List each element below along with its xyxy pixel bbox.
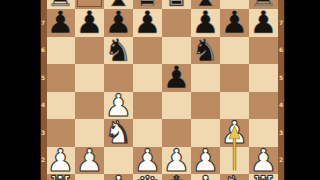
piece-white-rook[interactable]: ♜	[47, 174, 75, 180]
square-g7[interactable]: ♟	[220, 9, 249, 37]
rank-coords-right: 765432	[278, 0, 285, 180]
square-a4[interactable]	[46, 92, 75, 120]
square-c1[interactable]: ♝	[104, 174, 133, 180]
chess-board: ♜♝♛♚♝♜♟♟♟♟♟♟♟♞♞♟♟♞♟♟♟♟♟♟♟♜♝♛♚♝♞♜	[46, 0, 278, 180]
rank-label-4-left: 4	[40, 102, 46, 108]
rank-label-6-left: 6	[40, 47, 46, 53]
square-e8[interactable]: ♚	[162, 0, 191, 9]
square-a6[interactable]	[46, 37, 75, 65]
piece-black-king[interactable]: ♚	[163, 0, 191, 9]
square-h6[interactable]	[249, 37, 278, 65]
square-h1[interactable]: ♜	[249, 174, 278, 180]
square-b4[interactable]	[75, 92, 104, 120]
square-b1[interactable]	[75, 174, 104, 180]
video-frame: ♜♝♛♚♝♜♟♟♟♟♟♟♟♞♞♟♟♞♟♟♟♟♟♟♟♜♝♛♚♝♞♜ 765432 …	[0, 0, 320, 180]
square-d4[interactable]	[133, 92, 162, 120]
piece-black-pawn[interactable]: ♟	[47, 9, 75, 37]
piece-white-knight[interactable]: ♞	[105, 119, 133, 147]
square-b6[interactable]	[75, 37, 104, 65]
square-e1[interactable]: ♚	[162, 174, 191, 180]
square-f1[interactable]: ♝	[191, 174, 220, 180]
rank-label-5-right: 5	[278, 75, 284, 81]
square-g3[interactable]: ♟	[220, 119, 249, 147]
square-e7[interactable]	[162, 9, 191, 37]
square-c3[interactable]: ♞	[104, 119, 133, 147]
square-g1[interactable]: ♞	[220, 174, 249, 180]
rank-coords-left: 765432	[40, 0, 47, 180]
piece-white-bishop[interactable]: ♝	[105, 174, 133, 180]
square-b2[interactable]: ♟	[75, 147, 104, 175]
square-d7[interactable]: ♟	[133, 9, 162, 37]
square-h7[interactable]: ♟	[249, 9, 278, 37]
square-a1[interactable]: ♜	[46, 174, 75, 180]
square-a7[interactable]: ♟	[46, 9, 75, 37]
square-b5[interactable]	[75, 64, 104, 92]
piece-white-knight[interactable]: ♞	[221, 174, 249, 180]
piece-black-pawn[interactable]: ♟	[134, 9, 162, 37]
piece-black-pawn[interactable]: ♟	[250, 9, 278, 37]
square-h5[interactable]	[249, 64, 278, 92]
square-d6[interactable]	[133, 37, 162, 65]
square-e5[interactable]: ♟	[162, 64, 191, 92]
rank-label-3-right: 3	[278, 130, 284, 136]
piece-white-bishop[interactable]: ♝	[192, 174, 220, 180]
rank-label-3-left: 3	[40, 130, 46, 136]
square-g5[interactable]	[220, 64, 249, 92]
square-b7[interactable]: ♟	[75, 9, 104, 37]
rank-label-7-right: 7	[278, 20, 284, 26]
piece-white-king[interactable]: ♚	[163, 174, 191, 180]
rank-label-2-right: 2	[278, 157, 284, 163]
rank-label-5-left: 5	[40, 75, 46, 81]
square-d1[interactable]: ♛	[133, 174, 162, 180]
square-f6[interactable]: ♞	[191, 37, 220, 65]
rank-label-6-right: 6	[278, 47, 284, 53]
square-e4[interactable]	[162, 92, 191, 120]
piece-white-pawn[interactable]: ♟	[76, 147, 104, 175]
rank-label-7-left: 7	[40, 20, 46, 26]
piece-black-pawn[interactable]: ♟	[76, 9, 104, 37]
square-d5[interactable]	[133, 64, 162, 92]
rank-label-2-left: 2	[40, 157, 46, 163]
square-h4[interactable]	[249, 92, 278, 120]
piece-white-pawn[interactable]: ♟	[221, 119, 249, 147]
square-f4[interactable]	[191, 92, 220, 120]
piece-white-queen[interactable]: ♛	[134, 174, 162, 180]
square-f5[interactable]	[191, 64, 220, 92]
piece-black-pawn[interactable]: ♟	[163, 64, 191, 92]
square-a5[interactable]	[46, 64, 75, 92]
square-g6[interactable]	[220, 37, 249, 65]
square-c6[interactable]: ♞	[104, 37, 133, 65]
rank-label-4-right: 4	[278, 102, 284, 108]
piece-black-pawn[interactable]: ♟	[221, 9, 249, 37]
piece-black-knight[interactable]: ♞	[192, 37, 220, 65]
piece-black-knight[interactable]: ♞	[105, 37, 133, 65]
piece-white-rook[interactable]: ♜	[250, 174, 278, 180]
